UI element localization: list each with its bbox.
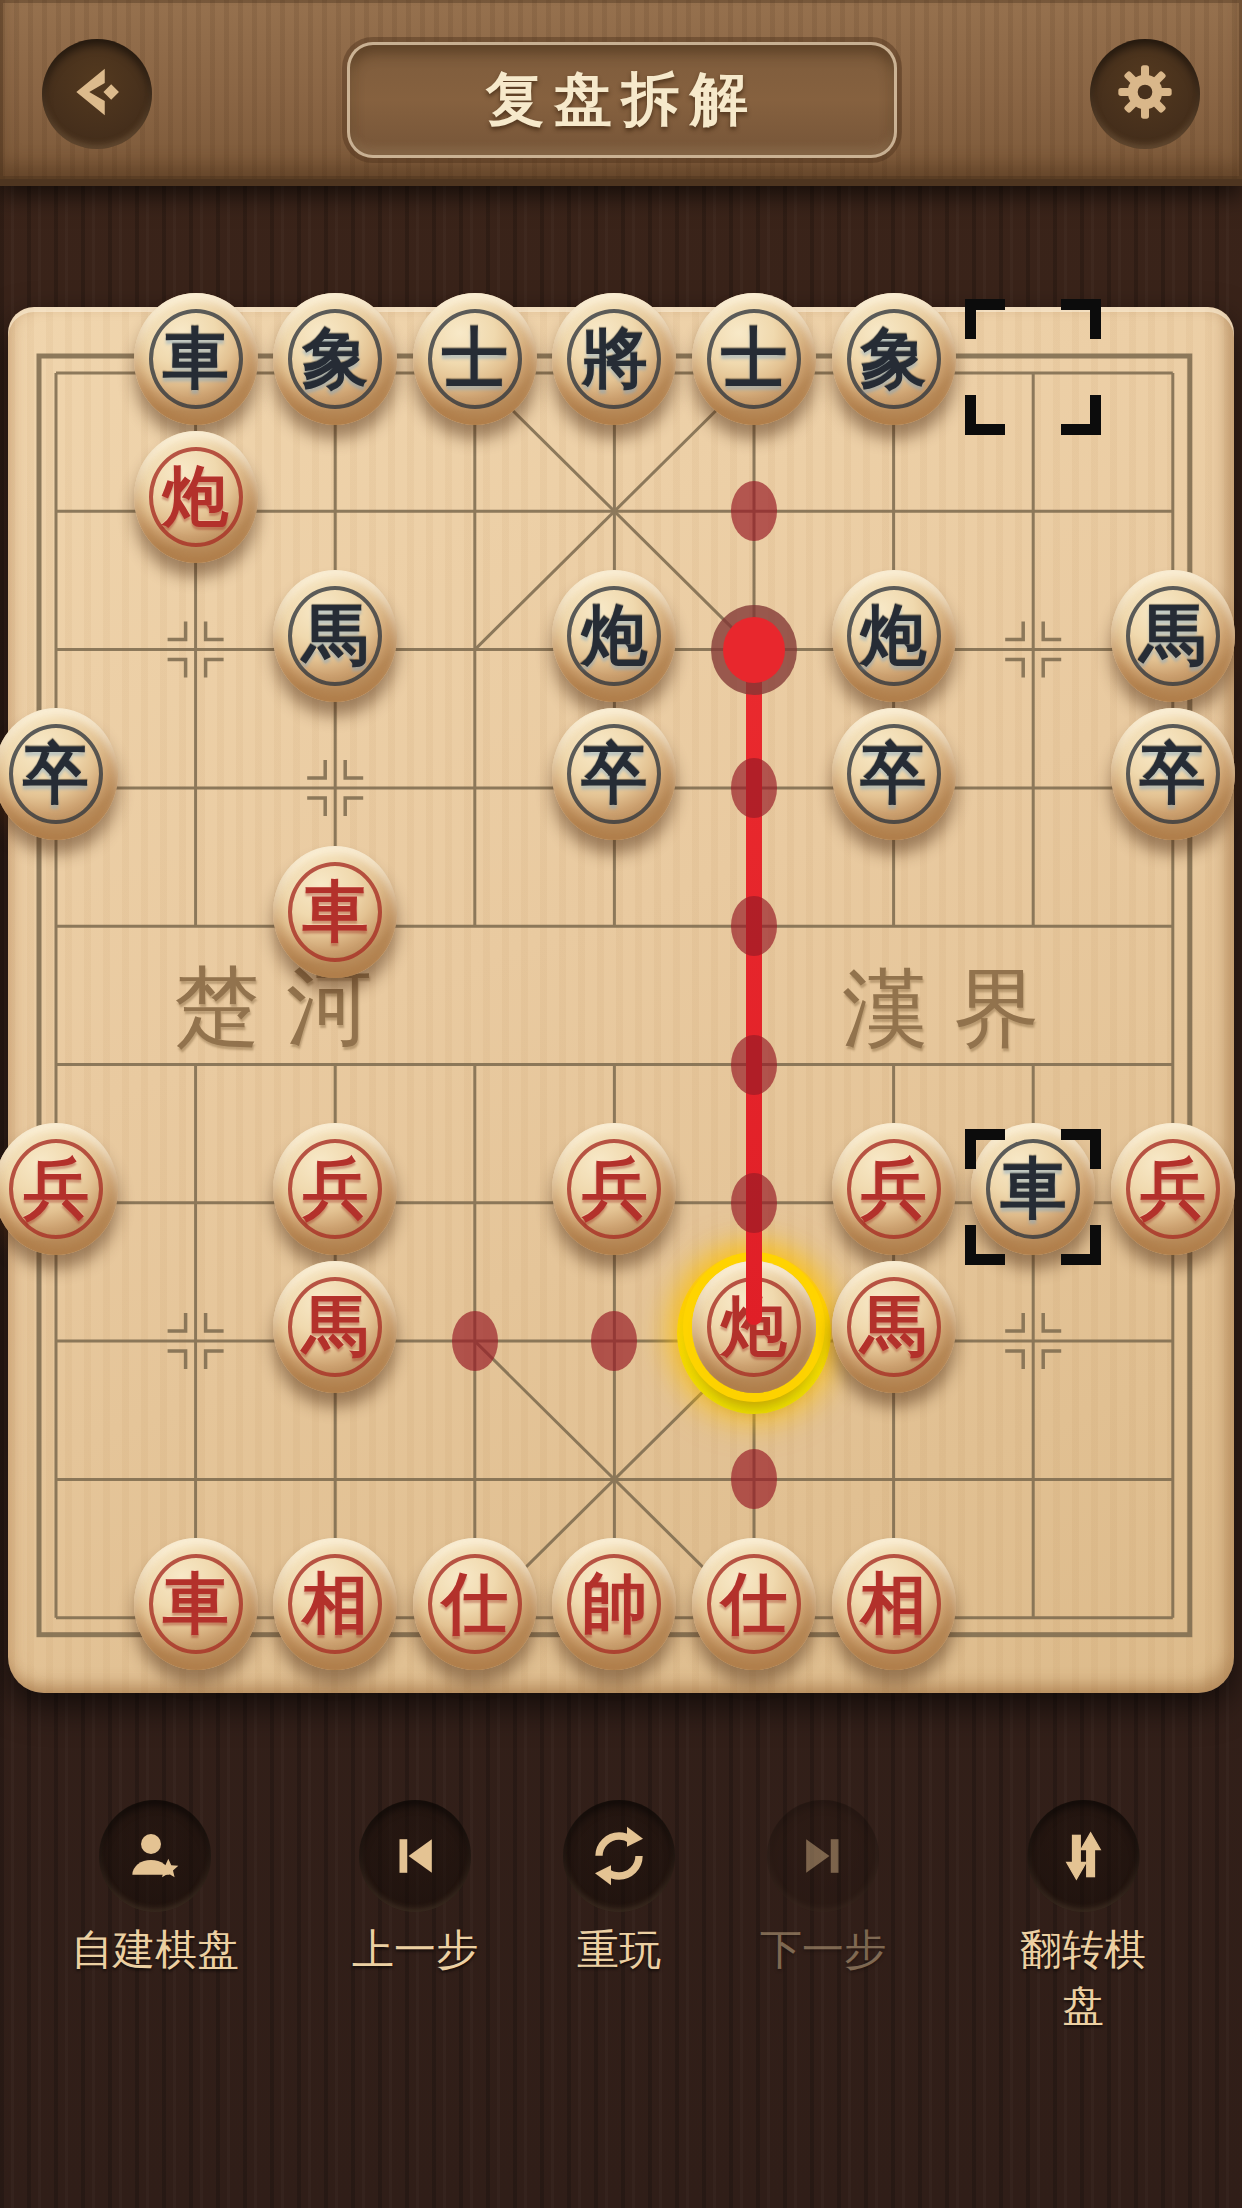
replay-label: 重玩 (563, 1922, 675, 1978)
piece-glyph: 仕 (442, 1571, 508, 1637)
bracket-corner (1061, 395, 1101, 435)
piece-red-soldier[interactable]: 兵 (1111, 1123, 1235, 1255)
piece-black-chariot[interactable]: 車 (134, 293, 258, 425)
piece-black-cannon[interactable]: 炮 (832, 570, 956, 702)
piece-ring: 兵 (567, 1139, 661, 1239)
piece-red-soldier[interactable]: 兵 (552, 1123, 676, 1255)
piece-black-soldier[interactable]: 卒 (0, 708, 118, 840)
piece-red-general[interactable]: 帥 (552, 1538, 676, 1670)
flip-board-button[interactable]: 翻转棋盘 (1004, 1800, 1163, 2034)
piece-red-elephant[interactable]: 相 (832, 1538, 956, 1670)
piece-ring: 卒 (567, 724, 661, 824)
piece-glyph: 馬 (861, 1294, 927, 1360)
piece-glyph: 兵 (581, 1156, 647, 1222)
piece-glyph: 卒 (581, 741, 647, 807)
piece-glyph: 馬 (302, 603, 368, 669)
piece-ring: 卒 (9, 724, 103, 824)
person-star-icon (99, 1800, 211, 1912)
piece-ring: 相 (847, 1554, 941, 1654)
settings-button[interactable] (1090, 39, 1200, 149)
replay-arrows-icon (563, 1800, 675, 1912)
replay-button[interactable]: 重玩 (563, 1800, 675, 1978)
piece-ring: 炮 (567, 586, 661, 686)
piece-ring: 炮 (847, 586, 941, 686)
bracket-corner (965, 299, 1005, 339)
piece-red-advisor[interactable]: 仕 (692, 1538, 816, 1670)
bracket-corner (1061, 1129, 1101, 1169)
piece-ring: 馬 (288, 586, 382, 686)
piece-black-general[interactable]: 將 (552, 293, 676, 425)
piece-ring: 兵 (9, 1139, 103, 1239)
piece-glyph: 象 (861, 326, 927, 392)
piece-ring: 仕 (707, 1554, 801, 1654)
piece-black-advisor[interactable]: 士 (692, 293, 816, 425)
piece-ring: 馬 (1126, 586, 1220, 686)
move-dot[interactable] (731, 896, 777, 956)
river-label-right: 漢界 (842, 951, 1066, 1068)
piece-ring: 士 (707, 309, 801, 409)
piece-ring: 馬 (847, 1277, 941, 1377)
piece-glyph: 卒 (23, 741, 89, 807)
prev-step-label: 上一步 (352, 1922, 478, 1978)
skip-forward-icon (767, 1800, 879, 1912)
move-dot[interactable] (731, 758, 777, 818)
piece-ring: 士 (428, 309, 522, 409)
piece-ring: 兵 (847, 1139, 941, 1239)
piece-black-cannon[interactable]: 炮 (552, 570, 676, 702)
move-dot[interactable] (452, 1311, 498, 1371)
bracket-corner (965, 395, 1005, 435)
piece-red-elephant[interactable]: 相 (273, 1538, 397, 1670)
piece-ring: 仕 (428, 1554, 522, 1654)
piece-ring: 象 (847, 309, 941, 409)
skip-back-icon (359, 1800, 471, 1912)
piece-black-elephant[interactable]: 象 (273, 293, 397, 425)
piece-red-chariot[interactable]: 車 (134, 1538, 258, 1670)
piece-glyph: 馬 (1140, 603, 1206, 669)
piece-glyph: 卒 (861, 741, 927, 807)
piece-ring: 卒 (1126, 724, 1220, 824)
bracket-corner (965, 1129, 1005, 1169)
bracket-corner (1061, 1225, 1101, 1265)
piece-black-soldier[interactable]: 卒 (832, 708, 956, 840)
piece-glyph: 將 (581, 326, 647, 392)
piece-ring: 車 (149, 309, 243, 409)
back-button[interactable] (42, 39, 152, 149)
bracket-corner (1061, 299, 1101, 339)
piece-glyph: 炮 (581, 603, 647, 669)
header-bar: 复盘拆解 (0, 0, 1242, 186)
piece-black-horse[interactable]: 馬 (1111, 570, 1235, 702)
move-dot[interactable] (731, 1173, 777, 1233)
piece-glyph: 兵 (1140, 1156, 1206, 1222)
piece-glyph: 兵 (302, 1156, 368, 1222)
piece-ring: 車 (149, 1554, 243, 1654)
move-dot[interactable] (731, 1035, 777, 1095)
piece-glyph: 士 (442, 326, 508, 392)
piece-black-horse[interactable]: 馬 (273, 570, 397, 702)
piece-ring: 卒 (847, 724, 941, 824)
piece-red-chariot[interactable]: 車 (273, 846, 397, 978)
piece-ring: 車 (288, 862, 382, 962)
piece-glyph: 卒 (1140, 741, 1206, 807)
piece-black-advisor[interactable]: 士 (413, 293, 537, 425)
last-move-destination-marker (965, 1129, 1101, 1265)
move-dot[interactable] (731, 481, 777, 541)
piece-black-soldier[interactable]: 卒 (1111, 708, 1235, 840)
gear-icon (1113, 60, 1177, 128)
piece-glyph: 兵 (861, 1156, 927, 1222)
piece-red-horse[interactable]: 馬 (832, 1261, 956, 1393)
piece-glyph: 相 (861, 1571, 927, 1637)
piece-glyph: 士 (721, 326, 787, 392)
piece-red-horse[interactable]: 馬 (273, 1261, 397, 1393)
flip-board-label: 翻转棋盘 (1004, 1922, 1163, 2034)
piece-glyph: 車 (163, 326, 229, 392)
piece-glyph: 炮 (163, 464, 229, 530)
flip-arrows-icon (1027, 1800, 1139, 1912)
piece-red-cannon[interactable]: 炮 (134, 431, 258, 563)
app-stage: 复盘拆解 (0, 0, 1242, 2208)
piece-ring: 馬 (288, 1277, 382, 1377)
bracket-corner (965, 1225, 1005, 1265)
piece-glyph: 炮 (861, 603, 927, 669)
create-board-label: 自建棋盘 (71, 1922, 239, 1978)
create-board-button[interactable]: 自建棋盘 (71, 1800, 239, 1978)
move-dot[interactable] (731, 1449, 777, 1509)
piece-ring: 相 (288, 1554, 382, 1654)
piece-red-soldier[interactable]: 兵 (0, 1123, 118, 1255)
next-step-button[interactable]: 下一步 (760, 1800, 886, 1978)
next-step-label: 下一步 (760, 1922, 886, 1978)
piece-black-soldier[interactable]: 卒 (552, 708, 676, 840)
piece-ring: 帥 (567, 1554, 661, 1654)
last-move-origin-marker (965, 299, 1101, 435)
piece-glyph: 相 (302, 1571, 368, 1637)
piece-glyph: 車 (163, 1571, 229, 1637)
page-title: 复盘拆解 (486, 61, 758, 139)
piece-glyph: 馬 (302, 1294, 368, 1360)
piece-glyph: 仕 (721, 1571, 787, 1637)
piece-red-advisor[interactable]: 仕 (413, 1538, 537, 1670)
piece-ring: 兵 (1126, 1139, 1220, 1239)
piece-ring: 將 (567, 309, 661, 409)
title-plaque: 复盘拆解 (347, 42, 897, 158)
piece-glyph: 帥 (581, 1571, 647, 1637)
back-chevron-icon (66, 61, 128, 127)
bottom-toolbar: 自建棋盘 上一步 重玩 (0, 1760, 1242, 2020)
piece-glyph: 車 (302, 879, 368, 945)
move-target-dot[interactable] (723, 617, 785, 683)
piece-glyph: 兵 (23, 1156, 89, 1222)
piece-black-elephant[interactable]: 象 (832, 293, 956, 425)
piece-red-soldier[interactable]: 兵 (832, 1123, 956, 1255)
piece-red-soldier[interactable]: 兵 (273, 1123, 397, 1255)
prev-step-button[interactable]: 上一步 (352, 1800, 478, 1978)
piece-ring: 兵 (288, 1139, 382, 1239)
piece-glyph: 象 (302, 326, 368, 392)
piece-ring: 炮 (149, 447, 243, 547)
piece-ring: 象 (288, 309, 382, 409)
